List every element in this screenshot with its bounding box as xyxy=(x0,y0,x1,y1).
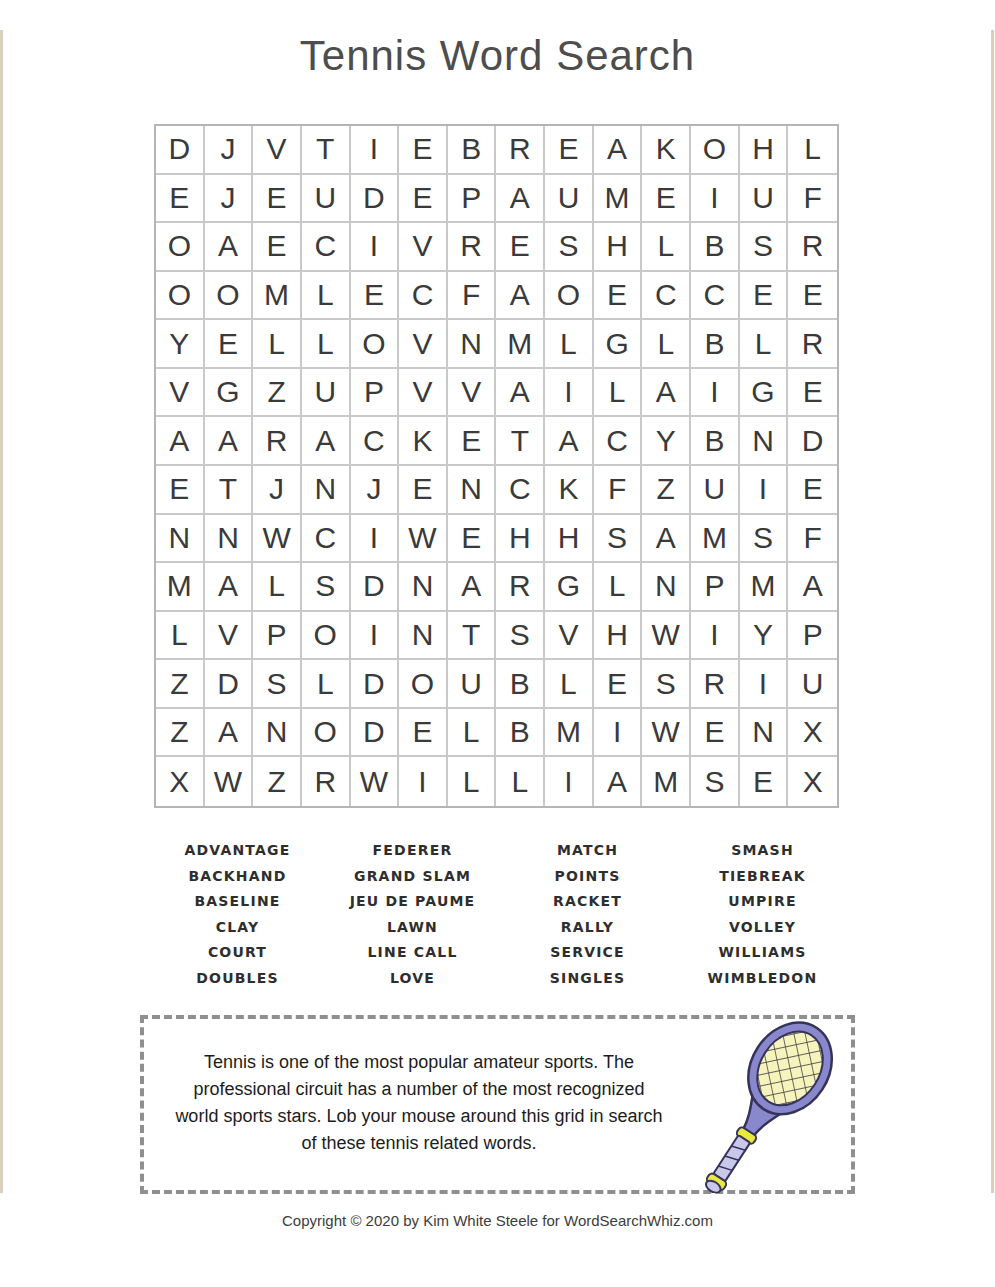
grid-cell-r6c7[interactable]: V xyxy=(448,369,497,418)
grid-cell-r2c7[interactable]: P xyxy=(448,175,497,224)
grid-cell-r9c10[interactable]: S xyxy=(594,515,643,564)
grid-cell-r14c11[interactable]: M xyxy=(642,757,691,806)
grid-cell-r4c8[interactable]: A xyxy=(496,272,545,321)
grid-cell-r3c1[interactable]: O xyxy=(156,223,205,272)
grid-cell-r11c13[interactable]: Y xyxy=(740,612,789,661)
grid-cell-r6c13[interactable]: G xyxy=(740,369,789,418)
grid-cell-r5c2[interactable]: E xyxy=(205,320,254,369)
grid-cell-r6c8[interactable]: A xyxy=(496,369,545,418)
grid-cell-r13c6[interactable]: E xyxy=(399,709,448,758)
grid-cell-r12c8[interactable]: B xyxy=(496,660,545,709)
grid-cell-r4c12[interactable]: C xyxy=(691,272,740,321)
grid-cell-r14c14[interactable]: X xyxy=(788,757,837,806)
grid-cell-r11c10[interactable]: H xyxy=(594,612,643,661)
grid-cell-r11c1[interactable]: L xyxy=(156,612,205,661)
grid-cell-r13c7[interactable]: L xyxy=(448,709,497,758)
grid-cell-r14c1[interactable]: X xyxy=(156,757,205,806)
grid-cell-r1c9[interactable]: E xyxy=(545,126,594,175)
grid-cell-r7c3[interactable]: R xyxy=(253,417,302,466)
grid-cell-r4c13[interactable]: E xyxy=(740,272,789,321)
word-item: VOLLEY xyxy=(675,915,850,941)
grid-cell-r12c14[interactable]: U xyxy=(788,660,837,709)
grid-cell-r13c9[interactable]: M xyxy=(545,709,594,758)
grid-cell-r5c7[interactable]: N xyxy=(448,320,497,369)
grid-cell-r6c3[interactable]: Z xyxy=(253,369,302,418)
grid-cell-r5c14[interactable]: R xyxy=(788,320,837,369)
grid-cell-r7c4[interactable]: A xyxy=(302,417,351,466)
grid-cell-r11c7[interactable]: T xyxy=(448,612,497,661)
grid-cell-r4c14[interactable]: E xyxy=(788,272,837,321)
grid-cell-r10c8[interactable]: R xyxy=(496,563,545,612)
word-list-column-3: MATCHPOINTSRACKETRALLYSERVICESINGLES xyxy=(500,838,675,992)
page-edge-right xyxy=(991,30,994,1193)
grid-cell-r9c12[interactable]: M xyxy=(691,515,740,564)
grid-cell-r13c14[interactable]: X xyxy=(788,709,837,758)
grid-cell-r8c8[interactable]: C xyxy=(496,466,545,515)
grid-cell-r13c13[interactable]: N xyxy=(740,709,789,758)
grid-cell-r13c12[interactable]: E xyxy=(691,709,740,758)
grid-cell-r1c10[interactable]: A xyxy=(594,126,643,175)
word-item: RACKET xyxy=(500,889,675,915)
grid-cell-r11c4[interactable]: O xyxy=(302,612,351,661)
grid-cell-r10c2[interactable]: A xyxy=(205,563,254,612)
grid-cell-r3c8[interactable]: E xyxy=(496,223,545,272)
grid-cell-r10c11[interactable]: N xyxy=(642,563,691,612)
grid-cell-r7c14[interactable]: D xyxy=(788,417,837,466)
grid-cell-r14c13[interactable]: E xyxy=(740,757,789,806)
grid-cell-r8c9[interactable]: K xyxy=(545,466,594,515)
grid-cell-r12c7[interactable]: U xyxy=(448,660,497,709)
grid-cell-r8c12[interactable]: U xyxy=(691,466,740,515)
grid-cell-r10c12[interactable]: P xyxy=(691,563,740,612)
word-list: ADVANTAGEBACKHANDBASELINECLAYCOURTDOUBLE… xyxy=(150,838,850,992)
grid-cell-r13c8[interactable]: B xyxy=(496,709,545,758)
grid-cell-r10c7[interactable]: A xyxy=(448,563,497,612)
grid-cell-r2c14[interactable]: F xyxy=(788,175,837,224)
copyright-line: Copyright © 2020 by Kim White Steele for… xyxy=(0,1212,995,1229)
grid-cell-r1c13[interactable]: H xyxy=(740,126,789,175)
grid-cell-r12c2[interactable]: D xyxy=(205,660,254,709)
grid-cell-r4c3[interactable]: M xyxy=(253,272,302,321)
grid-cell-r8c3[interactable]: J xyxy=(253,466,302,515)
grid-cell-r10c3[interactable]: L xyxy=(253,563,302,612)
word-item: SMASH xyxy=(675,838,850,864)
grid-cell-r10c14[interactable]: A xyxy=(788,563,837,612)
grid-cell-r13c11[interactable]: W xyxy=(642,709,691,758)
grid-cell-r14c4[interactable]: R xyxy=(302,757,351,806)
grid-cell-r8c10[interactable]: F xyxy=(594,466,643,515)
grid-cell-r9c3[interactable]: W xyxy=(253,515,302,564)
grid-cell-r12c9[interactable]: L xyxy=(545,660,594,709)
grid-cell-r9c13[interactable]: S xyxy=(740,515,789,564)
grid-cell-r4c5[interactable]: E xyxy=(351,272,400,321)
grid-cell-r5c10[interactable]: G xyxy=(594,320,643,369)
grid-cell-r6c2[interactable]: G xyxy=(205,369,254,418)
word-list-column-4: SMASHTIEBREAKUMPIREVOLLEYWILLIAMSWIMBLED… xyxy=(675,838,850,992)
grid-cell-r5c9[interactable]: L xyxy=(545,320,594,369)
word-item: BASELINE xyxy=(150,889,325,915)
grid-cell-r5c11[interactable]: L xyxy=(642,320,691,369)
grid-cell-r7c7[interactable]: E xyxy=(448,417,497,466)
grid-cell-r5c6[interactable]: V xyxy=(399,320,448,369)
grid-cell-r12c3[interactable]: S xyxy=(253,660,302,709)
grid-cell-r11c14[interactable]: P xyxy=(788,612,837,661)
grid-cell-r8c2[interactable]: T xyxy=(205,466,254,515)
grid-cell-r9c9[interactable]: H xyxy=(545,515,594,564)
grid-cell-r12c11[interactable]: S xyxy=(642,660,691,709)
grid-cell-r5c5[interactable]: O xyxy=(351,320,400,369)
grid-cell-r2c13[interactable]: U xyxy=(740,175,789,224)
grid-cell-r13c4[interactable]: O xyxy=(302,709,351,758)
grid-cell-r12c4[interactable]: L xyxy=(302,660,351,709)
grid-cell-r14c10[interactable]: A xyxy=(594,757,643,806)
word-item: JEU DE PAUME xyxy=(325,889,500,915)
grid-cell-r7c12[interactable]: B xyxy=(691,417,740,466)
grid-cell-r13c10[interactable]: I xyxy=(594,709,643,758)
grid-cell-r9c7[interactable]: E xyxy=(448,515,497,564)
grid-cell-r1c2[interactable]: J xyxy=(205,126,254,175)
grid-cell-r9c11[interactable]: A xyxy=(642,515,691,564)
grid-cell-r5c12[interactable]: B xyxy=(691,320,740,369)
grid-cell-r14c12[interactable]: S xyxy=(691,757,740,806)
grid-cell-r2c4[interactable]: U xyxy=(302,175,351,224)
grid-cell-r8c7[interactable]: N xyxy=(448,466,497,515)
grid-cell-r2c6[interactable]: E xyxy=(399,175,448,224)
word-item: COURT xyxy=(150,940,325,966)
grid-cell-r12c5[interactable]: D xyxy=(351,660,400,709)
grid-cell-r8c4[interactable]: N xyxy=(302,466,351,515)
grid-cell-r14c6[interactable]: I xyxy=(399,757,448,806)
word-item: CLAY xyxy=(150,915,325,941)
grid-cell-r8c14[interactable]: E xyxy=(788,466,837,515)
grid-cell-r5c13[interactable]: L xyxy=(740,320,789,369)
grid-cell-r11c12[interactable]: I xyxy=(691,612,740,661)
grid-cell-r3c6[interactable]: V xyxy=(399,223,448,272)
grid-cell-r1c7[interactable]: B xyxy=(448,126,497,175)
grid-cell-r1c8[interactable]: R xyxy=(496,126,545,175)
grid-cell-r6c12[interactable]: I xyxy=(691,369,740,418)
grid-cell-r1c1[interactable]: D xyxy=(156,126,205,175)
grid-cell-r1c3[interactable]: V xyxy=(253,126,302,175)
grid-cell-r4c1[interactable]: O xyxy=(156,272,205,321)
grid-cell-r8c13[interactable]: I xyxy=(740,466,789,515)
grid-cell-r2c3[interactable]: E xyxy=(253,175,302,224)
grid-cell-r6c1[interactable]: V xyxy=(156,369,205,418)
grid-cell-r10c5[interactable]: D xyxy=(351,563,400,612)
grid-cell-r14c2[interactable]: W xyxy=(205,757,254,806)
grid-cell-r4c10[interactable]: E xyxy=(594,272,643,321)
word-item: SINGLES xyxy=(500,966,675,992)
grid-cell-r11c2[interactable]: V xyxy=(205,612,254,661)
grid-cell-r13c2[interactable]: A xyxy=(205,709,254,758)
grid-cell-r1c5[interactable]: I xyxy=(351,126,400,175)
grid-cell-r7c6[interactable]: K xyxy=(399,417,448,466)
puzzle-description: Tennis is one of the most popular amateu… xyxy=(174,1049,664,1157)
word-list-column-1: ADVANTAGEBACKHANDBASELINECLAYCOURTDOUBLE… xyxy=(150,838,325,992)
grid-cell-r10c13[interactable]: M xyxy=(740,563,789,612)
word-search-page: Tennis Word Search DJVTIEBREAKOHLEJEUDEP… xyxy=(0,0,995,1287)
grid-cell-r2c8[interactable]: A xyxy=(496,175,545,224)
grid-cell-r4c4[interactable]: L xyxy=(302,272,351,321)
grid-cell-r3c14[interactable]: R xyxy=(788,223,837,272)
grid-cell-r10c1[interactable]: M xyxy=(156,563,205,612)
grid-cell-r5c1[interactable]: Y xyxy=(156,320,205,369)
grid-cell-r12c12[interactable]: R xyxy=(691,660,740,709)
grid-cell-r10c10[interactable]: L xyxy=(594,563,643,612)
grid-cell-r6c6[interactable]: V xyxy=(399,369,448,418)
grid-cell-r14c3[interactable]: Z xyxy=(253,757,302,806)
grid-cell-r3c2[interactable]: A xyxy=(205,223,254,272)
grid-cell-r1c11[interactable]: K xyxy=(642,126,691,175)
info-box: Tennis is one of the most popular amateu… xyxy=(140,1015,855,1194)
grid-cell-r9c14[interactable]: F xyxy=(788,515,837,564)
grid-cell-r12c1[interactable]: Z xyxy=(156,660,205,709)
grid-cell-r1c14[interactable]: L xyxy=(788,126,837,175)
grid-cell-r2c10[interactable]: M xyxy=(594,175,643,224)
grid-cell-r8c5[interactable]: J xyxy=(351,466,400,515)
grid-cell-r8c11[interactable]: Z xyxy=(642,466,691,515)
word-item: WILLIAMS xyxy=(675,940,850,966)
grid-cell-r6c10[interactable]: L xyxy=(594,369,643,418)
grid-cell-r14c5[interactable]: W xyxy=(351,757,400,806)
grid-cell-r2c1[interactable]: E xyxy=(156,175,205,224)
grid-cell-r10c6[interactable]: N xyxy=(399,563,448,612)
grid-cell-r6c9[interactable]: I xyxy=(545,369,594,418)
grid-cell-r1c12[interactable]: O xyxy=(691,126,740,175)
grid-cell-r5c4[interactable]: L xyxy=(302,320,351,369)
grid-cell-r7c13[interactable]: N xyxy=(740,417,789,466)
grid-cell-r6c5[interactable]: P xyxy=(351,369,400,418)
grid-cell-r6c11[interactable]: A xyxy=(642,369,691,418)
grid-cell-r12c13[interactable]: I xyxy=(740,660,789,709)
word-search-grid[interactable]: DJVTIEBREAKOHLEJEUDEPAUMEIUFOAECIVRESHLB… xyxy=(154,124,839,808)
word-item: BACKHAND xyxy=(150,864,325,890)
grid-cell-r3c5[interactable]: I xyxy=(351,223,400,272)
grid-cell-r3c3[interactable]: E xyxy=(253,223,302,272)
grid-cell-r7c5[interactable]: C xyxy=(351,417,400,466)
word-item: LAWN xyxy=(325,915,500,941)
grid-cell-r3c4[interactable]: C xyxy=(302,223,351,272)
word-item: UMPIRE xyxy=(675,889,850,915)
word-item: DOUBLES xyxy=(150,966,325,992)
grid-cell-r11c3[interactable]: P xyxy=(253,612,302,661)
word-item: GRAND SLAM xyxy=(325,864,500,890)
grid-cell-r9c2[interactable]: N xyxy=(205,515,254,564)
grid-cell-r5c8[interactable]: M xyxy=(496,320,545,369)
grid-cell-r4c2[interactable]: O xyxy=(205,272,254,321)
grid-cell-r3c9[interactable]: S xyxy=(545,223,594,272)
word-item: MATCH xyxy=(500,838,675,864)
grid-cell-r4c7[interactable]: F xyxy=(448,272,497,321)
grid-cell-r14c7[interactable]: L xyxy=(448,757,497,806)
grid-cell-r7c10[interactable]: C xyxy=(594,417,643,466)
grid-cell-r3c12[interactable]: B xyxy=(691,223,740,272)
page-title: Tennis Word Search xyxy=(0,32,995,80)
grid-cell-r9c1[interactable]: N xyxy=(156,515,205,564)
grid-cell-r1c4[interactable]: T xyxy=(302,126,351,175)
grid-cell-r12c10[interactable]: E xyxy=(594,660,643,709)
grid-cell-r6c14[interactable]: E xyxy=(788,369,837,418)
grid-cell-r14c8[interactable]: L xyxy=(496,757,545,806)
grid-cell-r3c7[interactable]: R xyxy=(448,223,497,272)
grid-cell-r11c6[interactable]: N xyxy=(399,612,448,661)
grid-cell-r2c2[interactable]: J xyxy=(205,175,254,224)
grid-cell-r11c9[interactable]: V xyxy=(545,612,594,661)
word-list-column-2: FEDERERGRAND SLAMJEU DE PAUMELAWNLINE CA… xyxy=(325,838,500,992)
grid-cell-r10c4[interactable]: S xyxy=(302,563,351,612)
grid-cell-r5c3[interactable]: L xyxy=(253,320,302,369)
grid-cell-r4c9[interactable]: O xyxy=(545,272,594,321)
grid-cell-r9c8[interactable]: H xyxy=(496,515,545,564)
grid-cell-r4c11[interactable]: C xyxy=(642,272,691,321)
grid-cell-r2c11[interactable]: E xyxy=(642,175,691,224)
grid-cell-r9c4[interactable]: C xyxy=(302,515,351,564)
grid-cell-r9c6[interactable]: W xyxy=(399,515,448,564)
word-item: WIMBLEDON xyxy=(675,966,850,992)
grid-cell-r7c1[interactable]: A xyxy=(156,417,205,466)
word-item: RALLY xyxy=(500,915,675,941)
tennis-racket-illustration xyxy=(705,1021,843,1193)
page-edge-left xyxy=(0,30,3,1193)
word-item: POINTS xyxy=(500,864,675,890)
grid-cell-r12c6[interactable]: O xyxy=(399,660,448,709)
grid-cell-r13c5[interactable]: D xyxy=(351,709,400,758)
grid-cell-r3c13[interactable]: S xyxy=(740,223,789,272)
grid-cell-r8c1[interactable]: E xyxy=(156,466,205,515)
grid-cell-r13c1[interactable]: Z xyxy=(156,709,205,758)
grid-cell-r11c5[interactable]: I xyxy=(351,612,400,661)
grid-cell-r11c8[interactable]: S xyxy=(496,612,545,661)
grid-cell-r7c9[interactable]: A xyxy=(545,417,594,466)
grid-cell-r8c6[interactable]: E xyxy=(399,466,448,515)
grid-cell-r10c9[interactable]: G xyxy=(545,563,594,612)
grid-cell-r13c3[interactable]: N xyxy=(253,709,302,758)
grid-cell-r9c5[interactable]: I xyxy=(351,515,400,564)
word-item: LOVE xyxy=(325,966,500,992)
word-item: ADVANTAGE xyxy=(150,838,325,864)
word-item: SERVICE xyxy=(500,940,675,966)
grid-cell-r7c11[interactable]: Y xyxy=(642,417,691,466)
grid-cell-r14c9[interactable]: I xyxy=(545,757,594,806)
word-item: FEDERER xyxy=(325,838,500,864)
grid-cell-r6c4[interactable]: U xyxy=(302,369,351,418)
grid-cell-r3c10[interactable]: H xyxy=(594,223,643,272)
grid-cell-r2c12[interactable]: I xyxy=(691,175,740,224)
grid-cell-r11c11[interactable]: W xyxy=(642,612,691,661)
grid-cell-r4c6[interactable]: C xyxy=(399,272,448,321)
word-item: LINE CALL xyxy=(325,940,500,966)
grid-cell-r7c8[interactable]: T xyxy=(496,417,545,466)
grid-cell-r2c9[interactable]: U xyxy=(545,175,594,224)
grid-cell-r1c6[interactable]: E xyxy=(399,126,448,175)
word-item: TIEBREAK xyxy=(675,864,850,890)
grid-cell-r2c5[interactable]: D xyxy=(351,175,400,224)
grid-cell-r7c2[interactable]: A xyxy=(205,417,254,466)
grid-cell-r3c11[interactable]: L xyxy=(642,223,691,272)
